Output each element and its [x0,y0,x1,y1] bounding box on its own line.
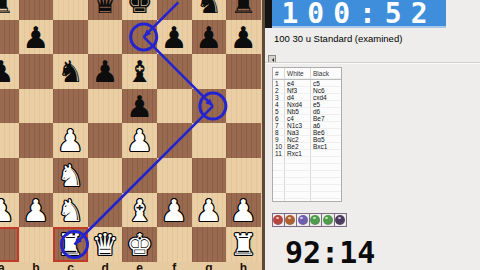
square-c1[interactable]: ♜ [53,227,88,262]
move-cell [285,164,311,171]
white-R-piece-h1: ♜ [226,227,261,262]
square-b6[interactable] [19,54,54,89]
white-P-piece-e4: ♟ [122,123,157,158]
chess-board[interactable]: ♜♛♚♞♜♟♟♟♟♟♞♟♝♟♟♟♞♟♟♞♝♟♟♟♜♛♚♜ abcdefgh [0,0,265,270]
move-cell: 7 [273,122,285,129]
move-row[interactable]: 2Nf3Nc6 [273,87,341,94]
square-e1[interactable]: ♚ [122,227,157,262]
white-P-piece-a2: ♟ [0,193,19,228]
square-d8[interactable]: ♛ [88,0,123,20]
square-h4[interactable] [226,123,261,158]
move-row[interactable]: 9Nc2Bg5 [273,136,341,143]
white-N-piece-c3: ♞ [53,158,88,193]
game-status-line: 100 30 u Standard (examined) [274,33,402,44]
square-f4[interactable] [157,123,192,158]
move-cell: Nb5 [285,108,311,115]
move-row[interactable]: 5Nb5d6 [273,108,341,115]
square-c5[interactable] [53,89,88,124]
black-B-piece-e6: ♝ [122,54,157,89]
side-panel: 100:52 100 30 u Standard (examined) #Whi… [265,0,480,270]
square-d7[interactable] [88,20,123,55]
white-K-piece-e1: ♚ [122,227,157,262]
move-row[interactable]: 6c4Be7 [273,115,341,122]
separator [265,62,480,64]
square-e8[interactable]: ♚ [122,0,157,20]
move-cell [273,164,285,171]
move-cell: Be7 [311,115,341,122]
move-cell [285,178,311,185]
move-cell: 5 [273,108,285,115]
move-cell: Nxd4 [285,101,311,108]
file-label-d: d [99,262,111,270]
square-b1[interactable] [19,227,54,262]
move-cell: c5 [311,80,341,87]
column-header: Black [311,68,341,79]
file-label-c: c [65,262,77,270]
move-cell [311,171,341,178]
square-a6[interactable]: ♟ [0,54,19,89]
black-R-piece-h8: ♜ [226,0,261,20]
move-cell: e4 [285,80,311,87]
move-cell: Nc2 [285,136,311,143]
square-b5[interactable] [19,89,54,124]
move-cell: 2 [273,87,285,94]
ball-orange-icon [285,215,295,225]
square-b2[interactable]: ♟ [19,193,54,228]
black-N-piece-c6: ♞ [53,54,88,89]
file-label-e: e [134,262,146,270]
black-R-piece-a8: ♜ [0,0,19,20]
square-c8[interactable] [53,0,88,20]
square-h6[interactable] [226,54,261,89]
white-Q-piece-d1: ♛ [88,227,123,262]
move-cell: e5 [311,101,341,108]
white-R-piece-c1: ♜ [53,227,88,262]
square-e4[interactable]: ♟ [122,123,157,158]
square-e6[interactable]: ♝ [122,54,157,89]
toolbar-ball-icons [272,213,347,227]
move-cell: N1c3 [285,122,311,129]
board-grid: ♜♛♚♞♜♟♟♟♟♟♞♟♝♟♟♟♞♟♟♞♝♟♟♟♜♛♚♜ [0,0,261,262]
square-d3[interactable] [88,158,123,193]
move-cell [285,192,311,199]
move-cell [273,157,285,164]
move-cell [273,185,285,192]
move-cell [273,171,285,178]
move-row[interactable]: 11Rxc1 [273,150,341,157]
move-cell [311,192,341,199]
white-P-piece-g2: ♟ [192,193,227,228]
move-cell [311,178,341,185]
white-P-piece-c4: ♟ [53,123,88,158]
square-c2[interactable]: ♞ [53,193,88,228]
move-cell [285,199,311,202]
move-row[interactable]: 1e4c5 [273,80,341,87]
square-c3[interactable]: ♞ [53,158,88,193]
file-label-f: f [168,262,180,270]
square-h8[interactable]: ♜ [226,0,261,20]
move-cell: Na3 [285,129,311,136]
ball-green-1-button[interactable] [310,213,323,227]
square-f2[interactable]: ♟ [157,193,192,228]
move-cell: Be2 [285,143,311,150]
file-label-g: g [203,262,215,270]
square-d4[interactable] [88,123,123,158]
file-label-a: a [0,262,7,270]
app-window: { "game": { "name": "chess", "variant_st… [0,0,480,270]
square-g6[interactable] [192,54,227,89]
black-P-piece-g7: ♟ [192,20,227,55]
square-g7[interactable]: ♟ [192,20,227,55]
move-cell [273,178,285,185]
square-c6[interactable]: ♞ [53,54,88,89]
square-h7[interactable]: ♟ [226,20,261,55]
black-P-piece-h7: ♟ [226,20,261,55]
file-label-h: h [238,262,250,270]
white-N-piece-c2: ♞ [53,193,88,228]
ball-orange-button[interactable] [285,213,298,227]
ball-red-icon [273,215,283,225]
move-row[interactable]: 4Nxd4e5 [273,101,341,108]
black-K-piece-e8: ♚ [122,0,157,20]
move-row [273,185,341,192]
black-Q-piece-d8: ♛ [88,0,123,20]
file-label-b: b [30,262,42,270]
square-c7[interactable] [53,20,88,55]
move-cell: 1 [273,80,285,87]
move-cell: 9 [273,136,285,143]
square-d5[interactable] [88,89,123,124]
square-h2[interactable]: ♟ [226,193,261,228]
square-f6[interactable] [157,54,192,89]
move-cell [311,157,341,164]
square-a5[interactable] [0,89,19,124]
square-g3[interactable] [192,158,227,193]
move-cell [311,199,341,202]
square-d1[interactable]: ♛ [88,227,123,262]
move-cell: Bxc1 [311,143,341,150]
move-row [273,178,341,185]
square-f5[interactable] [157,89,192,124]
square-g2[interactable]: ♟ [192,193,227,228]
square-d6[interactable]: ♟ [88,54,123,89]
move-cell [285,171,311,178]
square-a4[interactable] [0,123,19,158]
square-b3[interactable] [19,158,54,193]
move-cell: 3 [273,94,285,101]
square-b7[interactable]: ♟ [19,20,54,55]
square-h5[interactable] [226,89,261,124]
black-N-piece-g8: ♞ [192,0,227,20]
ball-dark-violet-icon [335,215,345,225]
square-g5[interactable] [192,89,227,124]
ball-green-2-button[interactable] [322,213,335,227]
black-P-piece-e5: ♟ [122,89,157,124]
move-cell [273,192,285,199]
square-a8[interactable]: ♜ [0,0,19,20]
square-f3[interactable] [157,158,192,193]
ball-green-2-icon [323,215,333,225]
square-g1[interactable] [192,227,227,262]
column-header: # [273,68,285,79]
move-cell: Be6 [311,129,341,136]
clock-edge-strip [265,0,272,28]
move-cell [285,185,311,192]
square-b8[interactable] [19,0,54,20]
white-B-piece-e2: ♝ [122,193,157,228]
move-cell: a6 [311,122,341,129]
column-header: White [285,68,311,79]
move-cell: Rxc1 [285,150,311,157]
black-P-piece-d6: ♟ [88,54,123,89]
move-row[interactable]: 10Be2Bxc1 [273,143,341,150]
move-cell: 8 [273,129,285,136]
black-P-piece-a6: ♟ [0,54,19,89]
move-cell [285,157,311,164]
move-list-header: #WhiteBlack [273,68,341,80]
square-g4[interactable] [192,123,227,158]
ball-red-button[interactable] [272,213,285,227]
move-cell: 11 [273,150,285,157]
move-cell: 4 [273,101,285,108]
move-row [273,171,341,178]
move-cell: 6 [273,115,285,122]
square-g8[interactable]: ♞ [192,0,227,20]
move-row [273,199,341,202]
move-row [273,192,341,199]
ball-purple-icon [298,215,308,225]
square-e5[interactable]: ♟ [122,89,157,124]
move-cell: d6 [311,108,341,115]
white-P-piece-b2: ♟ [19,193,54,228]
move-row[interactable]: 3d4cxd4 [273,94,341,101]
square-a3[interactable] [0,158,19,193]
move-cell [311,164,341,171]
move-cell: Nf3 [285,87,311,94]
white-P-piece-f2: ♟ [157,193,192,228]
move-row [273,164,341,171]
square-f7[interactable]: ♟ [157,20,192,55]
square-e3[interactable] [122,158,157,193]
move-row [273,157,341,164]
move-row[interactable]: 7N1c3a6 [273,122,341,129]
bottom-clock: 92:14 [285,238,375,268]
top-clock: 100:52 [272,0,446,28]
square-c4[interactable]: ♟ [53,123,88,158]
square-a2[interactable]: ♟ [0,193,19,228]
square-a1[interactable] [0,227,19,262]
move-cell: cxd4 [311,94,341,101]
square-h1[interactable]: ♜ [226,227,261,262]
square-h3[interactable] [226,158,261,193]
square-e7[interactable] [122,20,157,55]
move-row[interactable]: 8Na3Be6 [273,129,341,136]
move-cell: c4 [285,115,311,122]
square-a7[interactable] [0,20,19,55]
white-P-piece-h2: ♟ [226,193,261,228]
square-e2[interactable]: ♝ [122,193,157,228]
black-P-piece-b7: ♟ [19,20,54,55]
move-list[interactable]: #WhiteBlack1e4c52Nf3Nc63d4cxd44Nxd4e55Nb… [272,67,342,202]
square-b4[interactable] [19,123,54,158]
black-P-piece-f7: ♟ [157,20,192,55]
square-f1[interactable] [157,227,192,262]
ball-purple-button[interactable] [297,213,310,227]
ball-green-1-icon [310,215,320,225]
square-f8[interactable] [157,0,192,20]
move-cell: Nc6 [311,87,341,94]
move-cell [311,150,341,157]
move-cell [311,185,341,192]
move-cell: 10 [273,143,285,150]
move-cell [273,199,285,202]
move-cell: d4 [285,94,311,101]
square-d2[interactable] [88,193,123,228]
move-cell: Bg5 [311,136,341,143]
ball-dark-violet-button[interactable] [335,213,348,227]
